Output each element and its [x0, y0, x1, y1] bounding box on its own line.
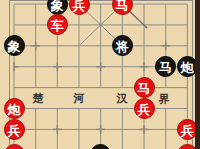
piece-black-elephant[interactable]: 象 [4, 35, 25, 56]
piece-glyph: 炮 [181, 61, 194, 74]
piece-glyph: 将 [116, 40, 129, 53]
piece-glyph: 兵 [8, 123, 21, 136]
piece-glyph: 马 [159, 61, 172, 74]
piece-red-cannon[interactable]: 炮 [4, 98, 25, 119]
piece-glyph: 象 [8, 40, 21, 53]
window-edge-strip [195, 0, 200, 149]
piece-glyph: 炮 [8, 103, 21, 116]
river-label-han: 汉 [117, 91, 128, 106]
piece-red-soldier[interactable]: 兵 [134, 98, 155, 119]
piece-red-soldier[interactable]: 兵 [69, 0, 90, 15]
piece-glyph: 兵 [138, 103, 151, 116]
piece-glyph: 兵 [181, 123, 194, 136]
river-label-he: 河 [74, 91, 85, 106]
piece-glyph: 车 [51, 19, 64, 32]
xiangqi-board[interactable]: 楚 河 汉 界 象兵马车象将马炮马炮兵兵兵 [0, 0, 200, 149]
piece-glyph: 兵 [73, 0, 86, 11]
piece-glyph: 象 [51, 0, 64, 11]
piece-red-soldier[interactable]: 兵 [4, 119, 25, 140]
piece-glyph: 马 [138, 82, 151, 95]
river-label-jie: 界 [159, 92, 170, 107]
piece-black-general[interactable]: 将 [112, 35, 133, 56]
piece-glyph: 马 [116, 0, 129, 11]
river-label-chu: 楚 [33, 91, 44, 106]
piece-red-horse[interactable]: 马 [134, 77, 155, 98]
